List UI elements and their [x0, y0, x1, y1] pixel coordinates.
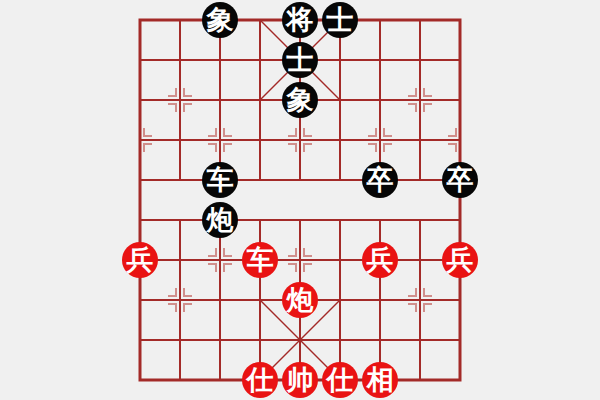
piece-red-chariot[interactable]: 车	[242, 242, 278, 278]
piece-red-elephant[interactable]: 相	[362, 362, 398, 398]
piece-red-pawn[interactable]: 兵	[442, 242, 478, 278]
piece-red-general[interactable]: 帅	[282, 362, 318, 398]
piece-black-advisor[interactable]: 士	[282, 42, 318, 78]
piece-black-advisor[interactable]: 士	[322, 2, 358, 38]
piece-red-pawn[interactable]: 兵	[362, 242, 398, 278]
piece-black-elephant[interactable]: 象	[282, 82, 318, 118]
piece-black-pawn[interactable]: 卒	[442, 162, 478, 198]
xiangqi-app-screen: 象将士士象车卒卒炮兵车兵兵炮仕帅仕相	[0, 0, 600, 400]
piece-black-general[interactable]: 将	[282, 2, 318, 38]
piece-red-advisor[interactable]: 仕	[322, 362, 358, 398]
piece-black-cannon[interactable]: 炮	[202, 202, 238, 238]
xiangqi-board[interactable]: 象将士士象车卒卒炮兵车兵兵炮仕帅仕相	[120, 0, 480, 400]
piece-red-cannon[interactable]: 炮	[282, 282, 318, 318]
piece-black-chariot[interactable]: 车	[202, 162, 238, 198]
piece-black-pawn[interactable]: 卒	[362, 162, 398, 198]
piece-black-elephant[interactable]: 象	[202, 2, 238, 38]
piece-red-pawn[interactable]: 兵	[122, 242, 158, 278]
piece-red-advisor[interactable]: 仕	[242, 362, 278, 398]
